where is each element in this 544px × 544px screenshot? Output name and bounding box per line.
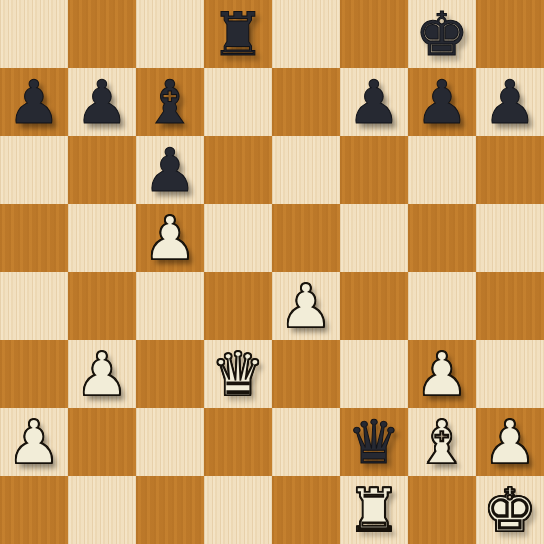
square-a8[interactable] <box>0 0 68 68</box>
square-e8[interactable] <box>272 0 340 68</box>
square-g1[interactable] <box>408 476 476 544</box>
piece-black-rook-d8[interactable]: ♜ <box>211 0 265 68</box>
piece-white-pawn-e4[interactable]: ♟ <box>279 272 333 340</box>
piece-white-bishop-g2[interactable]: ♝ <box>415 408 469 476</box>
piece-white-queen-d3[interactable]: ♛ <box>211 340 265 408</box>
piece-black-pawn-h7[interactable]: ♟ <box>483 68 537 136</box>
piece-black-pawn-c6[interactable]: ♟ <box>143 136 197 204</box>
piece-white-pawn-a2[interactable]: ♟ <box>7 408 61 476</box>
square-e5[interactable] <box>272 204 340 272</box>
square-e6[interactable] <box>272 136 340 204</box>
square-a4[interactable] <box>0 272 68 340</box>
square-a1[interactable] <box>0 476 68 544</box>
square-c8[interactable] <box>136 0 204 68</box>
piece-white-king-h1[interactable]: ♚ <box>483 476 537 544</box>
square-d3[interactable]: ♛ <box>204 340 272 408</box>
square-a5[interactable] <box>0 204 68 272</box>
square-d2[interactable] <box>204 408 272 476</box>
square-d1[interactable] <box>204 476 272 544</box>
square-d6[interactable] <box>204 136 272 204</box>
square-f4[interactable] <box>340 272 408 340</box>
square-c4[interactable] <box>136 272 204 340</box>
square-d8[interactable]: ♜ <box>204 0 272 68</box>
piece-black-queen-f2[interactable]: ♛ <box>347 408 401 476</box>
square-d7[interactable] <box>204 68 272 136</box>
square-a6[interactable] <box>0 136 68 204</box>
square-b6[interactable] <box>68 136 136 204</box>
square-f8[interactable] <box>340 0 408 68</box>
square-g3[interactable]: ♟ <box>408 340 476 408</box>
square-g5[interactable] <box>408 204 476 272</box>
square-a3[interactable] <box>0 340 68 408</box>
square-b2[interactable] <box>68 408 136 476</box>
chess-board: ♜♚♟♟♝♟♟♟♟♟♟♟♛♟♟♛♝♟♜♚ <box>0 0 544 544</box>
square-b4[interactable] <box>68 272 136 340</box>
piece-white-pawn-b3[interactable]: ♟ <box>75 340 129 408</box>
piece-white-pawn-c5[interactable]: ♟ <box>143 204 197 272</box>
square-f6[interactable] <box>340 136 408 204</box>
square-b1[interactable] <box>68 476 136 544</box>
square-g7[interactable]: ♟ <box>408 68 476 136</box>
square-f5[interactable] <box>340 204 408 272</box>
square-b5[interactable] <box>68 204 136 272</box>
square-c2[interactable] <box>136 408 204 476</box>
square-f3[interactable] <box>340 340 408 408</box>
square-a7[interactable]: ♟ <box>0 68 68 136</box>
square-e4[interactable]: ♟ <box>272 272 340 340</box>
square-b3[interactable]: ♟ <box>68 340 136 408</box>
square-h6[interactable] <box>476 136 544 204</box>
piece-white-rook-f1[interactable]: ♜ <box>347 476 401 544</box>
square-b8[interactable] <box>68 0 136 68</box>
square-g6[interactable] <box>408 136 476 204</box>
piece-black-pawn-b7[interactable]: ♟ <box>75 68 129 136</box>
square-g8[interactable]: ♚ <box>408 0 476 68</box>
square-c3[interactable] <box>136 340 204 408</box>
square-h1[interactable]: ♚ <box>476 476 544 544</box>
square-h2[interactable]: ♟ <box>476 408 544 476</box>
square-e3[interactable] <box>272 340 340 408</box>
square-h8[interactable] <box>476 0 544 68</box>
square-h5[interactable] <box>476 204 544 272</box>
piece-black-pawn-a7[interactable]: ♟ <box>7 68 61 136</box>
square-a2[interactable]: ♟ <box>0 408 68 476</box>
piece-black-bishop-c7[interactable]: ♝ <box>143 68 197 136</box>
square-f2[interactable]: ♛ <box>340 408 408 476</box>
piece-white-pawn-h2[interactable]: ♟ <box>483 408 537 476</box>
piece-black-pawn-g7[interactable]: ♟ <box>415 68 469 136</box>
piece-black-king-g8[interactable]: ♚ <box>415 0 469 68</box>
square-e1[interactable] <box>272 476 340 544</box>
square-b7[interactable]: ♟ <box>68 68 136 136</box>
square-h4[interactable] <box>476 272 544 340</box>
square-d4[interactable] <box>204 272 272 340</box>
square-c7[interactable]: ♝ <box>136 68 204 136</box>
square-c6[interactable]: ♟ <box>136 136 204 204</box>
square-h7[interactable]: ♟ <box>476 68 544 136</box>
square-f1[interactable]: ♜ <box>340 476 408 544</box>
square-e7[interactable] <box>272 68 340 136</box>
square-c5[interactable]: ♟ <box>136 204 204 272</box>
square-g4[interactable] <box>408 272 476 340</box>
square-e2[interactable] <box>272 408 340 476</box>
piece-white-pawn-g3[interactable]: ♟ <box>415 340 469 408</box>
piece-black-pawn-f7[interactable]: ♟ <box>347 68 401 136</box>
square-d5[interactable] <box>204 204 272 272</box>
square-f7[interactable]: ♟ <box>340 68 408 136</box>
square-c1[interactable] <box>136 476 204 544</box>
square-h3[interactable] <box>476 340 544 408</box>
square-g2[interactable]: ♝ <box>408 408 476 476</box>
